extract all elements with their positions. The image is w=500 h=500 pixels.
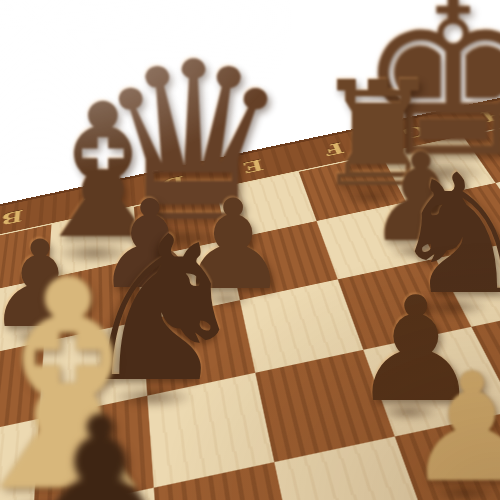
board-plane: ABCDEFGH (0, 83, 500, 500)
file-letter-text: H (477, 105, 500, 125)
square-b5 (0, 419, 39, 500)
file-letter-text: G (398, 122, 430, 142)
file-letter-text: E (241, 156, 266, 177)
chess-photo-stage: ABCDEFGH ♝♛♜♚♟♞♟♟♟♞♟♟♝♟ (0, 0, 500, 500)
file-letter-text: F (321, 139, 347, 159)
file-letter-text: C (82, 189, 103, 211)
chess-board: ABCDEFGH (0, 83, 500, 500)
file-letter-text: D (161, 172, 186, 194)
file-letter-text: B (0, 206, 24, 229)
